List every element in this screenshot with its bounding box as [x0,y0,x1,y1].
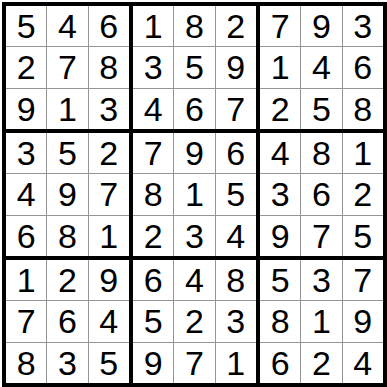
cell-r7c5[interactable]: 4 [174,260,214,300]
cell-r8c1[interactable]: 7 [6,301,46,341]
cell-r7c4[interactable]: 6 [133,260,173,300]
cell-r1c1[interactable]: 5 [6,6,46,46]
sudoku-board: 5462789131823594677931462583524976817968… [2,2,387,387]
cell-r8c3[interactable]: 4 [89,301,129,341]
cell-r3c7[interactable]: 2 [260,89,300,129]
cell-r9c6[interactable]: 1 [216,343,256,383]
cell-r3c6[interactable]: 7 [216,89,256,129]
cell-r1c9[interactable]: 3 [343,6,383,46]
cell-r9c3[interactable]: 5 [89,343,129,383]
cell-r4c8[interactable]: 8 [301,133,341,173]
cell-r8c7[interactable]: 8 [260,301,300,341]
cell-r4c7[interactable]: 4 [260,133,300,173]
box-r2c1: 648523971 [133,260,256,383]
cell-r7c2[interactable]: 2 [47,260,87,300]
cell-r1c2[interactable]: 4 [47,6,87,46]
cell-r6c9[interactable]: 5 [343,216,383,256]
cell-r6c8[interactable]: 7 [301,216,341,256]
cell-r2c5[interactable]: 5 [174,47,214,87]
cell-r9c7[interactable]: 6 [260,343,300,383]
cell-r3c4[interactable]: 4 [133,89,173,129]
cell-r7c1[interactable]: 1 [6,260,46,300]
box-r0c1: 182359467 [133,6,256,129]
cell-r3c1[interactable]: 9 [6,89,46,129]
cell-r9c5[interactable]: 7 [174,343,214,383]
cell-r8c4[interactable]: 5 [133,301,173,341]
cell-r5c8[interactable]: 6 [301,174,341,214]
cell-r2c8[interactable]: 4 [301,47,341,87]
box-r0c0: 546278913 [6,6,129,129]
cell-r9c2[interactable]: 3 [47,343,87,383]
cell-r7c9[interactable]: 7 [343,260,383,300]
cell-r6c3[interactable]: 1 [89,216,129,256]
cell-r6c1[interactable]: 6 [6,216,46,256]
cell-r8c2[interactable]: 6 [47,301,87,341]
cell-r6c6[interactable]: 4 [216,216,256,256]
cell-r6c4[interactable]: 2 [133,216,173,256]
cell-r1c7[interactable]: 7 [260,6,300,46]
box-r2c2: 537819624 [260,260,383,383]
cell-r2c7[interactable]: 1 [260,47,300,87]
cell-r9c8[interactable]: 2 [301,343,341,383]
cell-r4c2[interactable]: 5 [47,133,87,173]
cell-r1c6[interactable]: 2 [216,6,256,46]
box-r1c1: 796815234 [133,133,256,256]
cell-r8c6[interactable]: 3 [216,301,256,341]
cell-r5c2[interactable]: 9 [47,174,87,214]
cell-r5c6[interactable]: 5 [216,174,256,214]
cell-r6c5[interactable]: 3 [174,216,214,256]
cell-r6c2[interactable]: 8 [47,216,87,256]
cell-r5c4[interactable]: 8 [133,174,173,214]
box-r1c2: 481362975 [260,133,383,256]
cell-r7c3[interactable]: 9 [89,260,129,300]
cell-r4c4[interactable]: 7 [133,133,173,173]
cell-r1c4[interactable]: 1 [133,6,173,46]
cell-r1c8[interactable]: 9 [301,6,341,46]
cell-r8c5[interactable]: 2 [174,301,214,341]
cell-r4c1[interactable]: 3 [6,133,46,173]
cell-r6c7[interactable]: 9 [260,216,300,256]
cell-r2c3[interactable]: 8 [89,47,129,87]
cell-r3c9[interactable]: 8 [343,89,383,129]
cell-r5c9[interactable]: 2 [343,174,383,214]
cell-r5c7[interactable]: 3 [260,174,300,214]
cell-r3c5[interactable]: 6 [174,89,214,129]
cell-r5c5[interactable]: 1 [174,174,214,214]
cell-r4c9[interactable]: 1 [343,133,383,173]
cell-r4c3[interactable]: 2 [89,133,129,173]
cell-r7c6[interactable]: 8 [216,260,256,300]
cell-r1c5[interactable]: 8 [174,6,214,46]
cell-r7c7[interactable]: 5 [260,260,300,300]
cell-r3c3[interactable]: 3 [89,89,129,129]
box-r2c0: 129764835 [6,260,129,383]
cell-r2c6[interactable]: 9 [216,47,256,87]
cell-r2c4[interactable]: 3 [133,47,173,87]
cell-r9c9[interactable]: 4 [343,343,383,383]
cell-r5c1[interactable]: 4 [6,174,46,214]
cell-r4c6[interactable]: 6 [216,133,256,173]
cell-r2c1[interactable]: 2 [6,47,46,87]
cell-r7c8[interactable]: 3 [301,260,341,300]
cell-r5c3[interactable]: 7 [89,174,129,214]
cell-r2c2[interactable]: 7 [47,47,87,87]
cell-r4c5[interactable]: 9 [174,133,214,173]
cell-r1c3[interactable]: 6 [89,6,129,46]
cell-r3c2[interactable]: 1 [47,89,87,129]
box-r0c2: 793146258 [260,6,383,129]
cell-r8c8[interactable]: 1 [301,301,341,341]
cell-r2c9[interactable]: 6 [343,47,383,87]
box-r1c0: 352497681 [6,133,129,256]
cell-r9c1[interactable]: 8 [6,343,46,383]
cell-r9c4[interactable]: 9 [133,343,173,383]
cell-r8c9[interactable]: 9 [343,301,383,341]
cell-r3c8[interactable]: 5 [301,89,341,129]
